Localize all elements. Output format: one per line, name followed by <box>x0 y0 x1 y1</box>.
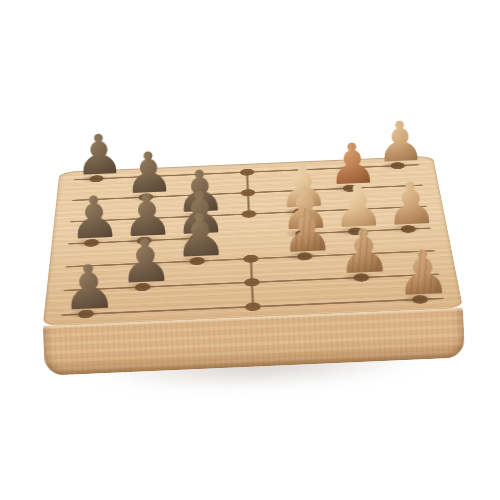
peg-glyph: ♟ <box>395 246 444 301</box>
point-f2[interactable]: ♟ <box>333 265 391 291</box>
point-d6[interactable] <box>222 181 274 204</box>
point-e3[interactable]: ♟ <box>277 244 333 269</box>
point-d5[interactable] <box>223 202 276 226</box>
peg-light-e3[interactable]: ♟ <box>280 205 327 258</box>
peg-dark-a1[interactable]: ♟ <box>60 260 109 315</box>
peg-glyph: ♟ <box>117 234 165 288</box>
peg-dark-b2[interactable]: ♟ <box>117 234 165 288</box>
peg-light-f2[interactable]: ♟ <box>336 225 384 279</box>
peg-light-g1[interactable]: ♟ <box>395 246 444 301</box>
point-d2[interactable] <box>224 269 280 295</box>
peg-dark-c3[interactable]: ♟ <box>173 209 220 262</box>
peg-dark-a7[interactable]: ♟ <box>73 130 117 179</box>
peg-glyph: ♟ <box>173 209 220 262</box>
peg-dark-a4[interactable]: ♟ <box>67 192 113 244</box>
peg-glyph: ♟ <box>280 205 327 258</box>
camera-tilt-wrapper: ♟♟♟♟♟♟♟♟♟♟♟♟♟♟♟♟♟♟ <box>0 0 500 500</box>
product-photo-stage: ♟♟♟♟♟♟♟♟♟♟♟♟♟♟♟♟♟♟ <box>0 0 500 500</box>
point-d7[interactable] <box>222 161 273 183</box>
peg-glyph: ♟ <box>60 260 109 315</box>
peg-light-g7[interactable]: ♟ <box>375 117 419 166</box>
peg-glyph: ♟ <box>73 130 117 179</box>
peg-glyph: ♟ <box>67 192 113 244</box>
point-c3[interactable]: ♟ <box>170 248 224 274</box>
point-b2[interactable]: ♟ <box>114 274 170 300</box>
morris-board: ♟♟♟♟♟♟♟♟♟♟♟♟♟♟♟♟♟♟ <box>43 156 463 327</box>
peg-glyph: ♟ <box>336 225 384 279</box>
board-points-grid: ♟♟♟♟♟♟♟♟♟♟♟♟♟♟♟♟♟♟ <box>57 155 450 328</box>
peg-glyph: ♟ <box>384 178 430 230</box>
peg-light-g4[interactable]: ♟ <box>384 178 430 230</box>
peg-glyph: ♟ <box>375 117 419 166</box>
perspective-scene: ♟♟♟♟♟♟♟♟♟♟♟♟♟♟♟♟♟♟ <box>0 0 500 500</box>
